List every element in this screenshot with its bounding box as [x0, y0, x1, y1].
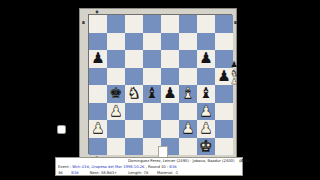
square-e4[interactable]: ♟: [161, 85, 179, 103]
piece-black-b-g4[interactable]: ♝: [197, 85, 215, 103]
piece-white-p-g2[interactable]: ♟: [197, 120, 215, 138]
chessboard-frame: abcdefgh 87654321 ♟♟♟♚♞♝♟♝♝♟♟♟♟♟♚ 876543…: [79, 8, 237, 158]
square-h7[interactable]: [215, 33, 233, 51]
square-b8[interactable]: [107, 15, 125, 33]
game-result: (0-1): [239, 158, 249, 162]
square-a4[interactable]: [89, 85, 107, 103]
square-b5[interactable]: [107, 68, 125, 86]
board: ♟♟♟♚♞♝♟♝♝♟♟♟♟♟♚: [88, 14, 232, 154]
square-c5[interactable]: [125, 68, 143, 86]
square-b2[interactable]: [107, 120, 125, 138]
piece-black-b-d4[interactable]: ♝: [143, 85, 161, 103]
square-d5[interactable]: [143, 68, 161, 86]
piece-white-k-g1[interactable]: ♚: [197, 138, 215, 156]
square-g8[interactable]: [197, 15, 215, 33]
piece-black-p-a6[interactable]: ♟: [89, 50, 107, 68]
piece-white-p-a2[interactable]: ♟: [89, 120, 107, 138]
event-line: Event : Wch U16, Oropesa del Mar 1998.10…: [58, 165, 177, 169]
eco-code[interactable]: B36: [169, 164, 176, 168]
video-frame: abcdefgh 87654321 ♟♟♟♚♞♝♟♝♝♟♟♟♟♟♚ 876543…: [0, 0, 320, 180]
square-g3[interactable]: ♟: [197, 103, 215, 121]
move-number: 46: [58, 170, 63, 174]
players-line: Dominguez Perez, Leinier (2490) - Jobava…: [128, 159, 249, 163]
black-player-elo: (2400): [222, 158, 234, 162]
event-label: Event :: [58, 164, 71, 168]
square-d7[interactable]: [143, 33, 161, 51]
square-f4[interactable]: ♝: [179, 85, 197, 103]
rank-label-1: 1: [81, 18, 85, 29]
piece-white-p-g3[interactable]: ♟: [197, 103, 215, 121]
piece-white-p-b3[interactable]: ♟: [107, 103, 125, 121]
square-g5[interactable]: [197, 68, 215, 86]
piece-white-n-c4[interactable]: ♞: [125, 85, 143, 103]
side-tab-handle[interactable]: [57, 125, 66, 134]
square-a1[interactable]: [89, 138, 107, 156]
square-a5[interactable]: [89, 68, 107, 86]
square-g7[interactable]: [197, 33, 215, 51]
square-e6[interactable]: [161, 50, 179, 68]
square-d8[interactable]: [143, 15, 161, 33]
white-player-name: Dominguez Perez, Leinier: [128, 158, 175, 162]
square-c7[interactable]: [125, 33, 143, 51]
piece-white-b-f4[interactable]: ♝: [179, 85, 197, 103]
event-value[interactable]: Wch U16, Oropesa del Mar 1998.10.26: [72, 164, 144, 168]
tray-white-p-icon: ♟: [230, 78, 237, 87]
square-b6[interactable]: [107, 50, 125, 68]
square-f7[interactable]: [179, 33, 197, 51]
square-b4[interactable]: ♚: [107, 85, 125, 103]
square-g6[interactable]: ♟: [197, 50, 215, 68]
piece-black-p-g6[interactable]: ♟: [197, 50, 215, 68]
next-move: Next: 58.Bd3+: [90, 170, 117, 174]
square-c3[interactable]: [125, 103, 143, 121]
rank-label-1: 1: [233, 18, 237, 29]
square-a6[interactable]: ♟: [89, 50, 107, 68]
players-separator: -: [190, 158, 191, 162]
round-label: , Round 10 :: [146, 164, 168, 168]
square-a7[interactable]: [89, 33, 107, 51]
material-balance: Material: -1: [157, 170, 178, 174]
square-g4[interactable]: ♝: [197, 85, 215, 103]
square-e5[interactable]: [161, 68, 179, 86]
square-c4[interactable]: ♞: [125, 85, 143, 103]
piece-black-k-b4[interactable]: ♚: [107, 85, 125, 103]
square-e2[interactable]: [161, 120, 179, 138]
square-e7[interactable]: [161, 33, 179, 51]
square-f3[interactable]: [179, 103, 197, 121]
square-h4[interactable]: [215, 85, 233, 103]
square-h8[interactable]: [215, 15, 233, 33]
square-d6[interactable]: [143, 50, 161, 68]
square-f6[interactable]: [179, 50, 197, 68]
square-f2[interactable]: ♟: [179, 120, 197, 138]
square-f5[interactable]: [179, 68, 197, 86]
square-g1[interactable]: ♚: [197, 138, 215, 156]
square-a2[interactable]: ♟: [89, 120, 107, 138]
square-h3[interactable]: [215, 103, 233, 121]
square-h1[interactable]: [215, 138, 233, 156]
square-c2[interactable]: [125, 120, 143, 138]
stats-line: 46 B36 Next: 58.Bd3+ Length: 76 Material…: [58, 171, 178, 175]
square-c1[interactable]: [125, 138, 143, 156]
square-f1[interactable]: [179, 138, 197, 156]
game-length: Length: 76: [128, 170, 148, 174]
file-label-h: h: [92, 9, 103, 13]
square-c8[interactable]: [125, 15, 143, 33]
eco-code-2: B36: [71, 170, 78, 174]
square-g2[interactable]: ♟: [197, 120, 215, 138]
square-d4[interactable]: ♝: [143, 85, 161, 103]
square-a8[interactable]: [89, 15, 107, 33]
game-info-panel: Dominguez Perez, Leinier (2490) - Jobava…: [55, 157, 243, 176]
piece-white-p-f2[interactable]: ♟: [179, 120, 197, 138]
square-a3[interactable]: [89, 103, 107, 121]
white-player-elo: (2490): [176, 158, 188, 162]
material-tray: ♟♞♟: [229, 61, 239, 87]
square-c6[interactable]: [125, 50, 143, 68]
square-h2[interactable]: [215, 120, 233, 138]
square-b1[interactable]: [107, 138, 125, 156]
piece-black-p-e4[interactable]: ♟: [161, 85, 179, 103]
square-d3[interactable]: [143, 103, 161, 121]
black-player-name: Jobava, Baadur: [193, 158, 221, 162]
square-d2[interactable]: [143, 120, 161, 138]
rank-labels-left: 87654321: [80, 14, 87, 154]
square-f8[interactable]: [179, 15, 197, 33]
square-b7[interactable]: [107, 33, 125, 51]
square-e8[interactable]: [161, 15, 179, 33]
square-b3[interactable]: ♟: [107, 103, 125, 121]
square-e3[interactable]: [161, 103, 179, 121]
